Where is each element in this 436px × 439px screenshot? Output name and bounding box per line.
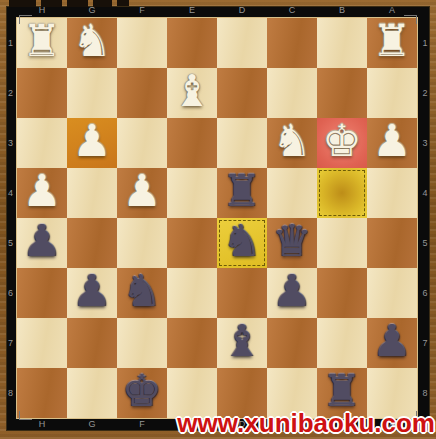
square-d3[interactable] bbox=[217, 118, 267, 168]
square-a3[interactable]: ♟ bbox=[367, 118, 417, 168]
rank-label-right-7: 7 bbox=[419, 318, 431, 368]
square-f2[interactable] bbox=[117, 68, 167, 118]
square-g4[interactable] bbox=[67, 168, 117, 218]
square-f3[interactable] bbox=[117, 118, 167, 168]
piece-black-pawn-a7[interactable]: ♟ bbox=[367, 314, 417, 368]
square-b3[interactable]: ♚ bbox=[317, 118, 367, 168]
square-d5[interactable]: ♞ bbox=[217, 218, 267, 268]
piece-black-bishop-d7[interactable]: ♝ bbox=[217, 314, 267, 368]
corner-tick bbox=[19, 15, 32, 24]
square-b2[interactable] bbox=[317, 68, 367, 118]
square-b6[interactable] bbox=[317, 268, 367, 318]
screen-artifact bbox=[41, 0, 62, 7]
square-g5[interactable] bbox=[67, 218, 117, 268]
square-c5[interactable]: ♛ bbox=[267, 218, 317, 268]
file-label-bottom-f: F bbox=[117, 419, 167, 430]
file-label-bottom-g: G bbox=[67, 419, 117, 430]
screen-artifact bbox=[93, 0, 112, 7]
square-f7[interactable] bbox=[117, 318, 167, 368]
square-d1[interactable] bbox=[217, 18, 267, 68]
piece-black-king-f8[interactable]: ♚ bbox=[117, 364, 167, 418]
square-g8[interactable] bbox=[67, 368, 117, 418]
square-e1[interactable] bbox=[167, 18, 217, 68]
screen-artifact bbox=[117, 0, 129, 6]
rank-label-left-1: 1 bbox=[5, 18, 16, 68]
square-b5[interactable] bbox=[317, 218, 367, 268]
square-h7[interactable] bbox=[17, 318, 67, 368]
square-g1[interactable]: ♞ bbox=[67, 18, 117, 68]
square-e4[interactable] bbox=[167, 168, 217, 218]
rank-label-right-1: 1 bbox=[419, 18, 431, 68]
file-label-top-d: D bbox=[217, 5, 267, 16]
square-c2[interactable] bbox=[267, 68, 317, 118]
piece-white-pawn-h4[interactable]: ♟ bbox=[17, 164, 67, 218]
square-h4[interactable]: ♟ bbox=[17, 168, 67, 218]
file-label-top-b: B bbox=[317, 5, 367, 16]
piece-black-pawn-h5[interactable]: ♟ bbox=[17, 214, 67, 268]
square-f8[interactable]: ♚ bbox=[117, 368, 167, 418]
square-b4[interactable] bbox=[317, 168, 367, 218]
square-h6[interactable] bbox=[17, 268, 67, 318]
square-c7[interactable] bbox=[267, 318, 317, 368]
chess-game-window: HGFEDCBA HGFEDCBA 12345678 12345678 ♜♞♜♝… bbox=[0, 0, 436, 439]
piece-white-knight-g1[interactable]: ♞ bbox=[67, 14, 117, 68]
rank-label-left-8: 8 bbox=[5, 368, 16, 418]
piece-black-pawn-g6[interactable]: ♟ bbox=[67, 264, 117, 318]
square-c4[interactable] bbox=[267, 168, 317, 218]
square-a1[interactable]: ♜ bbox=[367, 18, 417, 68]
square-c6[interactable]: ♟ bbox=[267, 268, 317, 318]
piece-white-bishop-e2[interactable]: ♝ bbox=[167, 64, 217, 118]
square-b7[interactable] bbox=[317, 318, 367, 368]
square-h3[interactable] bbox=[17, 118, 67, 168]
piece-white-pawn-f4[interactable]: ♟ bbox=[117, 164, 167, 218]
rank-label-left-4: 4 bbox=[5, 168, 16, 218]
square-f5[interactable] bbox=[117, 218, 167, 268]
file-label-top-e: E bbox=[167, 5, 217, 16]
square-g7[interactable] bbox=[67, 318, 117, 368]
piece-black-knight-f6[interactable]: ♞ bbox=[117, 264, 167, 318]
rank-label-right-3: 3 bbox=[419, 118, 431, 168]
rank-label-left-5: 5 bbox=[5, 218, 16, 268]
square-a4[interactable] bbox=[367, 168, 417, 218]
rank-label-left-7: 7 bbox=[5, 318, 16, 368]
square-f6[interactable]: ♞ bbox=[117, 268, 167, 318]
piece-black-rook-d4[interactable]: ♜ bbox=[217, 164, 267, 218]
square-a5[interactable] bbox=[367, 218, 417, 268]
square-d2[interactable] bbox=[217, 68, 267, 118]
square-a7[interactable]: ♟ bbox=[367, 318, 417, 368]
square-c1[interactable] bbox=[267, 18, 317, 68]
watermark-text: www.xunibaoku.com bbox=[177, 408, 435, 439]
piece-black-pawn-c6[interactable]: ♟ bbox=[267, 264, 317, 318]
square-e5[interactable] bbox=[167, 218, 217, 268]
square-f4[interactable]: ♟ bbox=[117, 168, 167, 218]
piece-white-king-b3[interactable]: ♚ bbox=[317, 114, 367, 168]
rank-labels-left: 12345678 bbox=[5, 18, 16, 418]
rank-label-right-4: 4 bbox=[419, 168, 431, 218]
square-g6[interactable]: ♟ bbox=[67, 268, 117, 318]
square-h2[interactable] bbox=[17, 68, 67, 118]
file-label-top-f: F bbox=[117, 5, 167, 16]
square-g2[interactable] bbox=[67, 68, 117, 118]
square-c3[interactable]: ♞ bbox=[267, 118, 317, 168]
rank-label-right-2: 2 bbox=[419, 68, 431, 118]
square-e6[interactable] bbox=[167, 268, 217, 318]
corner-tick bbox=[404, 15, 417, 24]
piece-white-pawn-g3[interactable]: ♟ bbox=[67, 114, 117, 168]
piece-black-knight-d5[interactable]: ♞ bbox=[217, 214, 267, 268]
square-h5[interactable]: ♟ bbox=[17, 218, 67, 268]
rank-label-right-5: 5 bbox=[419, 218, 431, 268]
rank-labels-right: 12345678 bbox=[419, 18, 431, 418]
board-frame: ♜♞♜♝♟♞♚♟♟♟♜♟♞♛♟♞♟♝♟♚♜ bbox=[16, 17, 418, 419]
piece-white-knight-c3[interactable]: ♞ bbox=[267, 114, 317, 168]
corner-tick bbox=[19, 411, 32, 420]
square-d4[interactable]: ♜ bbox=[217, 168, 267, 218]
file-label-bottom-h: H bbox=[17, 419, 67, 430]
square-e3[interactable] bbox=[167, 118, 217, 168]
square-g3[interactable]: ♟ bbox=[67, 118, 117, 168]
square-a2[interactable] bbox=[367, 68, 417, 118]
square-e7[interactable] bbox=[167, 318, 217, 368]
square-d7[interactable]: ♝ bbox=[217, 318, 267, 368]
screen-artifact bbox=[67, 0, 88, 7]
rank-label-left-6: 6 bbox=[5, 268, 16, 318]
square-b1[interactable] bbox=[317, 18, 367, 68]
chess-board: ♜♞♜♝♟♞♚♟♟♟♜♟♞♛♟♞♟♝♟♚♜ bbox=[17, 18, 417, 418]
piece-black-queen-c5[interactable]: ♛ bbox=[267, 214, 317, 268]
rank-label-right-6: 6 bbox=[419, 268, 431, 318]
screen-artifact bbox=[9, 0, 36, 7]
square-h1[interactable]: ♜ bbox=[17, 18, 67, 68]
rank-label-left-3: 3 bbox=[5, 118, 16, 168]
square-d6[interactable] bbox=[217, 268, 267, 318]
square-e2[interactable]: ♝ bbox=[167, 68, 217, 118]
piece-white-pawn-a3[interactable]: ♟ bbox=[367, 114, 417, 168]
file-label-top-c: C bbox=[267, 5, 317, 16]
square-a6[interactable] bbox=[367, 268, 417, 318]
rank-label-left-2: 2 bbox=[5, 68, 16, 118]
square-f1[interactable] bbox=[117, 18, 167, 68]
